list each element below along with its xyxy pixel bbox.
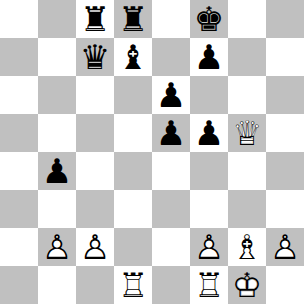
square-e6[interactable]: ♟ bbox=[152, 76, 190, 114]
square-g1[interactable]: ♚♔ bbox=[228, 266, 266, 304]
square-d3[interactable] bbox=[114, 190, 152, 228]
square-e5[interactable]: ♟ bbox=[152, 114, 190, 152]
square-b3[interactable] bbox=[38, 190, 76, 228]
square-g7[interactable] bbox=[228, 38, 266, 76]
square-h5[interactable] bbox=[266, 114, 304, 152]
square-h2[interactable]: ♟♙ bbox=[266, 228, 304, 266]
square-e3[interactable] bbox=[152, 190, 190, 228]
square-b1[interactable] bbox=[38, 266, 76, 304]
black-rook-icon: ♜ bbox=[76, 0, 114, 38]
square-a1[interactable] bbox=[0, 266, 38, 304]
black-bishop-icon: ♝ bbox=[114, 38, 152, 76]
white-queen-icon: ♛♕ bbox=[228, 114, 266, 152]
black-rook-icon: ♜ bbox=[114, 0, 152, 38]
square-c6[interactable] bbox=[76, 76, 114, 114]
square-d8[interactable]: ♜ bbox=[114, 0, 152, 38]
white-pawn-icon: ♟♙ bbox=[38, 228, 76, 266]
square-e4[interactable] bbox=[152, 152, 190, 190]
square-a3[interactable] bbox=[0, 190, 38, 228]
square-h1[interactable] bbox=[266, 266, 304, 304]
square-a2[interactable] bbox=[0, 228, 38, 266]
square-h7[interactable] bbox=[266, 38, 304, 76]
square-e2[interactable] bbox=[152, 228, 190, 266]
square-b7[interactable] bbox=[38, 38, 76, 76]
square-g4[interactable] bbox=[228, 152, 266, 190]
square-f2[interactable]: ♟♙ bbox=[190, 228, 228, 266]
square-f1[interactable]: ♜♖ bbox=[190, 266, 228, 304]
square-a6[interactable] bbox=[0, 76, 38, 114]
white-pawn-icon: ♟♙ bbox=[190, 228, 228, 266]
square-c3[interactable] bbox=[76, 190, 114, 228]
square-b2[interactable]: ♟♙ bbox=[38, 228, 76, 266]
square-d2[interactable] bbox=[114, 228, 152, 266]
square-e7[interactable] bbox=[152, 38, 190, 76]
square-g8[interactable] bbox=[228, 0, 266, 38]
square-e8[interactable] bbox=[152, 0, 190, 38]
square-h4[interactable] bbox=[266, 152, 304, 190]
square-g5[interactable]: ♛♕ bbox=[228, 114, 266, 152]
square-f4[interactable] bbox=[190, 152, 228, 190]
square-a8[interactable] bbox=[0, 0, 38, 38]
square-c2[interactable]: ♟♙ bbox=[76, 228, 114, 266]
black-pawn-icon: ♟ bbox=[190, 38, 228, 76]
black-pawn-icon: ♟ bbox=[38, 152, 76, 190]
square-c7[interactable]: ♛ bbox=[76, 38, 114, 76]
square-f7[interactable]: ♟ bbox=[190, 38, 228, 76]
black-queen-icon: ♛ bbox=[76, 38, 114, 76]
square-g6[interactable] bbox=[228, 76, 266, 114]
square-d4[interactable] bbox=[114, 152, 152, 190]
square-b4[interactable]: ♟ bbox=[38, 152, 76, 190]
square-a5[interactable] bbox=[0, 114, 38, 152]
white-pawn-icon: ♟♙ bbox=[76, 228, 114, 266]
square-h6[interactable] bbox=[266, 76, 304, 114]
square-h8[interactable] bbox=[266, 0, 304, 38]
square-a7[interactable] bbox=[0, 38, 38, 76]
square-g2[interactable]: ♝♗ bbox=[228, 228, 266, 266]
white-rook-icon: ♜♖ bbox=[190, 266, 228, 304]
square-c4[interactable] bbox=[76, 152, 114, 190]
black-pawn-icon: ♟ bbox=[152, 114, 190, 152]
black-king-icon: ♚ bbox=[190, 0, 228, 38]
square-d1[interactable]: ♜♖ bbox=[114, 266, 152, 304]
square-b5[interactable] bbox=[38, 114, 76, 152]
chess-board: ♜♜♚♛♝♟♟♟♟♛♕♟♟♙♟♙♟♙♝♗♟♙♜♖♜♖♚♔ bbox=[0, 0, 304, 304]
square-d6[interactable] bbox=[114, 76, 152, 114]
white-pawn-icon: ♟♙ bbox=[266, 228, 304, 266]
square-c5[interactable] bbox=[76, 114, 114, 152]
white-rook-icon: ♜♖ bbox=[114, 266, 152, 304]
square-f3[interactable] bbox=[190, 190, 228, 228]
square-e1[interactable] bbox=[152, 266, 190, 304]
white-king-icon: ♚♔ bbox=[228, 266, 266, 304]
square-f8[interactable]: ♚ bbox=[190, 0, 228, 38]
square-c1[interactable] bbox=[76, 266, 114, 304]
square-d7[interactable]: ♝ bbox=[114, 38, 152, 76]
square-c8[interactable]: ♜ bbox=[76, 0, 114, 38]
square-h3[interactable] bbox=[266, 190, 304, 228]
square-a4[interactable] bbox=[0, 152, 38, 190]
square-b8[interactable] bbox=[38, 0, 76, 38]
square-d5[interactable] bbox=[114, 114, 152, 152]
black-pawn-icon: ♟ bbox=[190, 114, 228, 152]
square-f6[interactable] bbox=[190, 76, 228, 114]
black-pawn-icon: ♟ bbox=[152, 76, 190, 114]
square-f5[interactable]: ♟ bbox=[190, 114, 228, 152]
square-g3[interactable] bbox=[228, 190, 266, 228]
white-bishop-icon: ♝♗ bbox=[228, 228, 266, 266]
square-b6[interactable] bbox=[38, 76, 76, 114]
